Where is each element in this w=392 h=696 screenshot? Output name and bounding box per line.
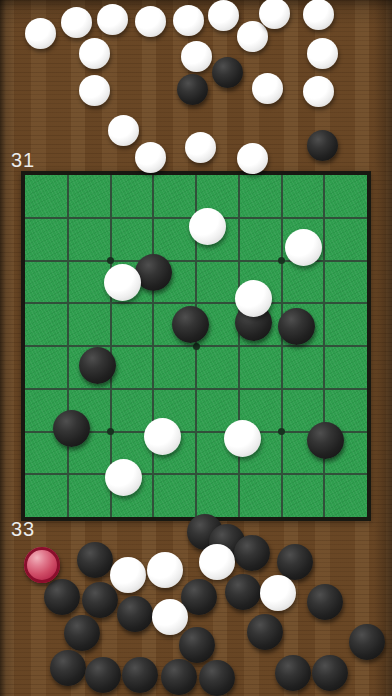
black-stone[interactable] [77, 542, 113, 578]
white-stone[interactable] [199, 544, 235, 580]
white-stone[interactable] [260, 575, 296, 611]
white-stone[interactable] [105, 459, 142, 496]
white-stone[interactable] [259, 0, 290, 29]
white-stone[interactable] [147, 552, 183, 588]
black-stone[interactable] [122, 657, 158, 693]
black-stone[interactable] [177, 74, 208, 105]
white-stone[interactable] [25, 18, 56, 49]
black-stone[interactable] [85, 657, 121, 693]
black-stone[interactable] [179, 627, 215, 663]
black-stone[interactable] [79, 347, 116, 384]
white-stone[interactable] [61, 7, 92, 38]
white-stone[interactable] [235, 280, 272, 317]
game-screen: 31 33 [0, 0, 392, 696]
black-stone[interactable] [199, 660, 235, 696]
black-stone[interactable] [278, 308, 315, 345]
white-stone[interactable] [237, 143, 268, 174]
stones-layer [0, 0, 392, 696]
white-stone[interactable] [303, 0, 334, 30]
white-stone[interactable] [144, 418, 181, 455]
black-stone[interactable] [275, 655, 311, 691]
top-tray-count-label: 31 [11, 150, 35, 170]
white-stone[interactable] [108, 115, 139, 146]
white-stone[interactable] [79, 38, 110, 69]
white-stone[interactable] [181, 41, 212, 72]
black-stone[interactable] [225, 574, 261, 610]
white-stone[interactable] [185, 132, 216, 163]
black-stone[interactable] [212, 57, 243, 88]
white-stone[interactable] [135, 6, 166, 37]
black-stone[interactable] [307, 584, 343, 620]
white-stone[interactable] [173, 5, 204, 36]
black-stone[interactable] [64, 615, 100, 651]
white-stone[interactable] [307, 38, 338, 69]
white-stone[interactable] [97, 4, 128, 35]
white-stone[interactable] [189, 208, 226, 245]
bottom-tray-count-label: 33 [11, 519, 35, 539]
white-stone[interactable] [208, 0, 239, 31]
white-stone[interactable] [79, 75, 110, 106]
red-stone[interactable] [24, 547, 60, 583]
black-stone[interactable] [50, 650, 86, 686]
white-stone[interactable] [110, 557, 146, 593]
black-stone[interactable] [247, 614, 283, 650]
white-stone[interactable] [303, 76, 334, 107]
white-stone[interactable] [224, 420, 261, 457]
white-stone[interactable] [252, 73, 283, 104]
white-stone[interactable] [152, 599, 188, 635]
black-stone[interactable] [172, 306, 209, 343]
black-stone[interactable] [234, 535, 270, 571]
white-stone[interactable] [135, 142, 166, 173]
black-stone[interactable] [44, 579, 80, 615]
black-stone[interactable] [307, 422, 344, 459]
black-stone[interactable] [349, 624, 385, 660]
black-stone[interactable] [117, 596, 153, 632]
white-stone[interactable] [285, 229, 322, 266]
black-stone[interactable] [307, 130, 338, 161]
black-stone[interactable] [161, 659, 197, 695]
black-stone[interactable] [53, 410, 90, 447]
white-stone[interactable] [104, 264, 141, 301]
black-stone[interactable] [82, 582, 118, 618]
white-stone[interactable] [237, 21, 268, 52]
black-stone[interactable] [312, 655, 348, 691]
